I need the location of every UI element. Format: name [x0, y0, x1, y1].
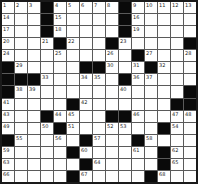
cell-r8c12[interactable]	[145, 86, 157, 97]
clue-number: 53	[120, 123, 126, 129]
cell-r4c6[interactable]: 22	[67, 38, 79, 49]
clue-number: 33	[42, 74, 48, 80]
black-cell-r11c13	[158, 123, 170, 134]
clue-number: 8	[107, 2, 110, 8]
cell-r3c13[interactable]	[158, 26, 170, 37]
black-cell-r14c7	[80, 159, 92, 170]
cell-r12c8[interactable]: 57	[93, 135, 105, 146]
cell-r15c4[interactable]	[41, 171, 53, 182]
cell-r5c1[interactable]: 24	[2, 50, 14, 61]
cell-r1c13[interactable]: 11	[158, 2, 170, 13]
cell-r2c13[interactable]	[158, 14, 170, 25]
clue-number: 61	[133, 147, 139, 153]
cell-r10c2[interactable]	[15, 111, 27, 122]
cell-r4c8[interactable]	[93, 38, 105, 49]
black-cell-r3c4	[41, 26, 53, 37]
cell-r5c13[interactable]	[158, 50, 170, 61]
cell-r14c2[interactable]	[15, 159, 27, 170]
cell-r14c1[interactable]: 63	[2, 159, 14, 170]
cell-r12c12[interactable]: 58	[145, 135, 157, 146]
cell-r6c10[interactable]	[119, 62, 131, 73]
clue-number: 6	[81, 2, 84, 8]
cell-r7c12[interactable]: 37	[145, 74, 157, 85]
cell-r15c7[interactable]: 67	[80, 171, 92, 182]
black-cell-r9c15	[184, 99, 196, 110]
clue-number: 36	[133, 74, 139, 80]
clue-number: 4	[55, 2, 58, 8]
cell-r6c13[interactable]: 32	[158, 62, 170, 73]
black-cell-r10c4	[41, 111, 53, 122]
clue-number: 5	[68, 2, 71, 8]
black-cell-r6c1	[2, 62, 14, 73]
cell-r2c2[interactable]	[15, 14, 27, 25]
cell-r12c14[interactable]	[171, 135, 183, 146]
cell-r11c11[interactable]	[132, 123, 144, 134]
cell-r3c14[interactable]	[171, 26, 183, 37]
cell-r11c2[interactable]	[15, 123, 27, 134]
cell-r13c4[interactable]	[41, 147, 53, 158]
cell-r8c5[interactable]	[54, 86, 66, 97]
black-cell-r7c10	[119, 74, 131, 85]
cell-r7c14[interactable]	[171, 74, 183, 85]
cell-r6c15[interactable]	[184, 62, 196, 73]
clue-number: 47	[172, 111, 178, 117]
cell-r14c6[interactable]	[67, 159, 79, 170]
clue-number: 68	[159, 171, 165, 177]
cell-r5c4[interactable]	[41, 50, 53, 61]
clue-number: 66	[3, 171, 9, 177]
cell-r2c12[interactable]	[145, 14, 157, 25]
clue-number: 62	[172, 147, 178, 153]
cell-r5c8[interactable]	[93, 50, 105, 61]
clue-number: 55	[16, 135, 22, 141]
cell-r1c15[interactable]: 13	[184, 2, 196, 13]
cell-r12c4[interactable]	[41, 135, 53, 146]
cell-r11c4[interactable]: 50	[41, 123, 53, 134]
cell-r11c6[interactable]: 51	[67, 123, 79, 134]
black-cell-r15c6	[67, 171, 79, 182]
cell-r14c12[interactable]	[145, 159, 157, 170]
cell-r12c3[interactable]	[28, 135, 40, 146]
clue-number: 29	[16, 62, 22, 68]
black-cell-r6c8	[93, 62, 105, 73]
cell-r5c15[interactable]: 28	[184, 50, 196, 61]
cell-r6c5[interactable]	[54, 62, 66, 73]
clue-number: 39	[29, 86, 35, 92]
black-cell-r12c11	[132, 135, 144, 146]
cell-r2c1[interactable]: 14	[2, 14, 14, 25]
clue-number: 38	[16, 86, 22, 92]
cell-r1c5[interactable]: 4	[54, 2, 66, 13]
cell-r13c7[interactable]: 60	[80, 147, 92, 158]
crossword-grid: 1234567891011121314151617181920212223242…	[0, 0, 198, 184]
cell-r14c14[interactable]: 65	[171, 159, 183, 170]
cell-r13c1[interactable]: 59	[2, 147, 14, 158]
cell-r11c14[interactable]: 54	[171, 123, 183, 134]
black-cell-r8c1	[2, 86, 14, 97]
cell-r15c2[interactable]	[15, 171, 27, 182]
cell-r8c13[interactable]	[158, 86, 170, 97]
cell-r5c6[interactable]	[67, 50, 79, 61]
cell-r5c7[interactable]	[80, 50, 92, 61]
cell-r6c2[interactable]: 29	[15, 62, 27, 73]
cell-r14c5[interactable]	[54, 159, 66, 170]
cell-r10c8[interactable]	[93, 111, 105, 122]
cell-r8c6[interactable]	[67, 86, 79, 97]
cell-r9c13[interactable]	[158, 99, 170, 110]
cell-r4c2[interactable]	[15, 38, 27, 49]
black-cell-r4c15	[184, 38, 196, 49]
clue-number: 59	[3, 147, 9, 153]
clue-number: 46	[133, 111, 139, 117]
cell-r12c10[interactable]	[119, 135, 131, 146]
clue-number: 45	[68, 111, 74, 117]
cell-r15c10[interactable]	[119, 171, 131, 182]
black-cell-r2c4	[41, 14, 53, 25]
cell-r7c15[interactable]	[184, 74, 196, 85]
clue-number: 43	[3, 111, 9, 117]
clue-number: 48	[185, 111, 191, 117]
cell-r13c15[interactable]	[184, 147, 196, 158]
cell-r4c13[interactable]	[158, 38, 170, 49]
black-cell-r1c10	[119, 2, 131, 13]
cell-r11c7[interactable]	[80, 123, 92, 134]
cell-r8c7[interactable]	[80, 86, 92, 97]
cell-r4c1[interactable]: 20	[2, 38, 14, 49]
cell-r3c8[interactable]	[93, 26, 105, 37]
black-cell-r5c11	[132, 50, 144, 61]
cell-r2c15[interactable]	[184, 14, 196, 25]
cell-r10c3[interactable]	[28, 111, 40, 122]
cell-r7c6[interactable]	[67, 74, 79, 85]
clue-number: 27	[146, 50, 152, 56]
cell-r10c15[interactable]: 48	[184, 111, 196, 122]
cell-r1c8[interactable]: 7	[93, 2, 105, 13]
cell-r2c7[interactable]	[80, 14, 92, 25]
cell-r9c9[interactable]	[106, 99, 118, 110]
cell-r14c15[interactable]	[184, 159, 196, 170]
clue-number: 11	[159, 2, 165, 8]
cell-r7c8[interactable]: 35	[93, 74, 105, 85]
cell-r7c5[interactable]	[54, 74, 66, 85]
cell-r1c11[interactable]: 9	[132, 2, 144, 13]
cell-r3c3[interactable]	[28, 26, 40, 37]
cell-r12c2[interactable]: 55	[15, 135, 27, 146]
black-cell-r2c10	[119, 14, 131, 25]
black-cell-r6c7	[80, 62, 92, 73]
cell-r9c3[interactable]	[28, 99, 40, 110]
cell-r11c9[interactable]: 52	[106, 123, 118, 134]
black-cell-r7c1	[2, 74, 14, 85]
cell-r7c9[interactable]	[106, 74, 118, 85]
cell-r2c6[interactable]	[67, 14, 79, 25]
black-cell-r14c13	[158, 159, 170, 170]
clue-number: 14	[3, 14, 9, 20]
clue-number: 52	[107, 123, 113, 129]
cell-r13c3[interactable]	[28, 147, 40, 158]
clue-number: 64	[94, 159, 100, 165]
clue-number: 26	[107, 50, 113, 56]
black-cell-r6c12	[145, 62, 157, 73]
clue-number: 35	[94, 74, 100, 80]
cell-r8c2[interactable]: 38	[15, 86, 27, 97]
cell-r11c1[interactable]: 49	[2, 123, 14, 134]
clue-number: 22	[68, 38, 74, 44]
clue-number: 19	[133, 26, 139, 32]
cell-r5c3[interactable]	[28, 50, 40, 61]
cell-r14c3[interactable]	[28, 159, 40, 170]
clue-number: 2	[16, 2, 19, 8]
clue-number: 23	[120, 38, 126, 44]
cell-r4c3[interactable]	[28, 38, 40, 49]
cell-r12c9[interactable]	[106, 135, 118, 146]
cell-r12c15[interactable]	[184, 135, 196, 146]
cell-r15c13[interactable]: 68	[158, 171, 170, 182]
cell-r6c9[interactable]: 30	[106, 62, 118, 73]
cell-r9c8[interactable]	[93, 99, 105, 110]
cell-r1c6[interactable]: 5	[67, 2, 79, 13]
cell-r9c10[interactable]	[119, 99, 131, 110]
clue-number: 51	[68, 123, 74, 129]
cell-r9c2[interactable]	[15, 99, 27, 110]
cell-r3c12[interactable]	[145, 26, 157, 37]
clue-number: 25	[55, 50, 61, 56]
clue-number: 20	[3, 38, 9, 44]
cell-r14c8[interactable]: 64	[93, 159, 105, 170]
black-cell-r3c10	[119, 26, 131, 37]
clue-number: 21	[42, 38, 48, 44]
cell-r5c14[interactable]	[171, 50, 183, 61]
cell-r6c14[interactable]	[171, 62, 183, 73]
cell-r15c8[interactable]	[93, 171, 105, 182]
cell-r6c11[interactable]: 31	[132, 62, 144, 73]
cell-r5c10[interactable]	[119, 50, 131, 61]
clue-number: 58	[146, 135, 152, 141]
black-cell-r10c10	[119, 111, 131, 122]
cell-r3c1[interactable]: 17	[2, 26, 14, 37]
cell-r11c8[interactable]	[93, 123, 105, 134]
clue-number: 30	[107, 62, 113, 68]
black-cell-r15c12	[145, 171, 157, 182]
cell-r14c10[interactable]	[119, 159, 131, 170]
clue-number: 56	[55, 135, 61, 141]
clue-number: 3	[29, 2, 32, 8]
cell-r11c3[interactable]	[28, 123, 40, 134]
black-cell-r7c3	[28, 74, 40, 85]
clue-number: 28	[185, 50, 191, 56]
cell-r3c7[interactable]	[80, 26, 92, 37]
cell-r15c5[interactable]	[54, 171, 66, 182]
cell-r12c6[interactable]	[67, 135, 79, 146]
black-cell-r12c7	[80, 135, 92, 146]
black-cell-r4c5	[54, 38, 66, 49]
cell-r10c13[interactable]	[158, 111, 170, 122]
cell-r10c11[interactable]: 46	[132, 111, 144, 122]
cell-r11c12[interactable]	[145, 123, 157, 134]
clue-number: 16	[133, 14, 139, 20]
cell-r1c7[interactable]: 6	[80, 2, 92, 13]
cell-r9c7[interactable]: 42	[80, 99, 92, 110]
cell-r15c1[interactable]: 66	[2, 171, 14, 182]
cell-r9c11[interactable]	[132, 99, 144, 110]
cell-r5c2[interactable]	[15, 50, 27, 61]
cell-r2c3[interactable]	[28, 14, 40, 25]
clue-number: 9	[133, 2, 136, 8]
cell-r10c12[interactable]	[145, 111, 157, 122]
black-cell-r8c15	[184, 86, 196, 97]
clue-number: 10	[146, 2, 152, 8]
cell-r3c9[interactable]	[106, 26, 118, 37]
clue-number: 15	[55, 14, 61, 20]
cell-r4c11[interactable]	[132, 38, 144, 49]
cell-r12c5[interactable]: 56	[54, 135, 66, 146]
cell-r5c5[interactable]: 25	[54, 50, 66, 61]
cell-r3c5[interactable]: 18	[54, 26, 66, 37]
clue-number: 40	[120, 86, 126, 92]
black-cell-r11c5	[54, 123, 66, 134]
black-cell-r13c13	[158, 147, 170, 158]
clue-number: 65	[172, 159, 178, 165]
cell-r14c4[interactable]	[41, 159, 53, 170]
black-cell-r9c14	[171, 99, 183, 110]
cell-r2c11[interactable]: 16	[132, 14, 144, 25]
cell-r15c15[interactable]	[184, 171, 196, 182]
cell-r10c7[interactable]	[80, 111, 92, 122]
cell-r1c3[interactable]: 3	[28, 2, 40, 13]
black-cell-r12c1	[2, 135, 14, 146]
cell-r13c8[interactable]	[93, 147, 105, 158]
cell-r3c6[interactable]	[67, 26, 79, 37]
cell-r10c14[interactable]: 47	[171, 111, 183, 122]
clue-number: 42	[81, 99, 87, 105]
clue-number: 49	[3, 123, 9, 129]
cell-r9c4[interactable]	[41, 99, 53, 110]
cell-r8c8[interactable]	[93, 86, 105, 97]
black-cell-r10c9	[106, 111, 118, 122]
cell-r15c3[interactable]	[28, 171, 40, 182]
clue-number: 12	[172, 2, 178, 8]
black-cell-r4c9	[106, 38, 118, 49]
cell-r7c4[interactable]: 33	[41, 74, 53, 85]
cell-r8c4[interactable]	[41, 86, 53, 97]
cell-r13c14[interactable]: 62	[171, 147, 183, 158]
cell-r12c13[interactable]	[158, 135, 170, 146]
cell-r13c9[interactable]	[106, 147, 118, 158]
cell-r10c1[interactable]: 43	[2, 111, 14, 122]
clue-number: 34	[81, 74, 87, 80]
clue-number: 57	[94, 135, 100, 141]
crossword-board: 1234567891011121314151617181920212223242…	[0, 0, 198, 184]
cell-r15c11[interactable]	[132, 171, 144, 182]
cell-r3c11[interactable]: 19	[132, 26, 144, 37]
cell-r4c12[interactable]	[145, 38, 157, 49]
black-cell-r7c2	[15, 74, 27, 85]
clue-number: 13	[185, 2, 191, 8]
cell-r13c5[interactable]	[54, 147, 66, 158]
cell-r13c10[interactable]	[119, 147, 131, 158]
cell-r7c13[interactable]	[158, 74, 170, 85]
cell-r6c3[interactable]	[28, 62, 40, 73]
black-cell-r9c6	[67, 99, 79, 110]
cell-r6c6[interactable]	[67, 62, 79, 73]
black-cell-r1c4	[41, 2, 53, 13]
cell-r13c11[interactable]: 61	[132, 147, 144, 158]
cell-r10c6[interactable]: 45	[67, 111, 79, 122]
cell-r11c10[interactable]: 53	[119, 123, 131, 134]
clue-number: 67	[81, 171, 87, 177]
cell-r2c9[interactable]	[106, 14, 118, 25]
clue-number: 24	[3, 50, 9, 56]
cell-r4c14[interactable]	[171, 38, 183, 49]
clue-number: 17	[3, 26, 9, 32]
cell-r4c10[interactable]: 23	[119, 38, 131, 49]
clue-number: 54	[172, 123, 178, 129]
cell-r2c5[interactable]: 15	[54, 14, 66, 25]
cell-r8c11[interactable]	[132, 86, 144, 97]
cell-r4c7[interactable]	[80, 38, 92, 49]
black-cell-r13c6	[67, 147, 79, 158]
cell-r4c4[interactable]: 21	[41, 38, 53, 49]
clue-number: 41	[3, 99, 9, 105]
cell-r8c3[interactable]: 39	[28, 86, 40, 97]
clue-number: 60	[81, 147, 87, 153]
cell-r3c2[interactable]	[15, 26, 27, 37]
cell-r13c2[interactable]	[15, 147, 27, 158]
cell-r7c7[interactable]: 34	[80, 74, 92, 85]
cell-r3c15[interactable]	[184, 26, 196, 37]
cell-r7c11[interactable]: 36	[132, 74, 144, 85]
cell-r11c15[interactable]	[184, 123, 196, 134]
clue-number: 31	[133, 62, 139, 68]
cell-r8c10[interactable]: 40	[119, 86, 131, 97]
cell-r8c14[interactable]	[171, 86, 183, 97]
cell-r14c9[interactable]	[106, 159, 118, 170]
cell-r6c4[interactable]	[41, 62, 53, 73]
cell-r10c5[interactable]: 44	[54, 111, 66, 122]
cell-r13c12[interactable]	[145, 147, 157, 158]
cell-r5c9[interactable]: 26	[106, 50, 118, 61]
clue-number: 1	[3, 2, 6, 8]
cell-r9c1[interactable]: 41	[2, 99, 14, 110]
clue-number: 44	[55, 111, 61, 117]
cell-r14c11[interactable]	[132, 159, 144, 170]
cell-r1c2[interactable]: 2	[15, 2, 27, 13]
cell-r1c9[interactable]: 8	[106, 2, 118, 13]
cell-r1c1[interactable]: 1	[2, 2, 14, 13]
clue-number: 37	[146, 74, 152, 80]
clue-number: 63	[3, 159, 9, 165]
cell-r15c14[interactable]	[171, 171, 183, 182]
cell-r2c8[interactable]	[93, 14, 105, 25]
clue-number: 50	[42, 123, 48, 129]
clue-number: 7	[94, 2, 97, 8]
clue-number: 32	[159, 62, 165, 68]
cell-r9c5[interactable]	[54, 99, 66, 110]
cell-r1c12[interactable]: 10	[145, 2, 157, 13]
cell-r8c9[interactable]	[106, 86, 118, 97]
cell-r9c12[interactable]	[145, 99, 157, 110]
cell-r5c12[interactable]: 27	[145, 50, 157, 61]
cell-r2c14[interactable]	[171, 14, 183, 25]
cell-r15c9[interactable]	[106, 171, 118, 182]
clue-number: 18	[55, 26, 61, 32]
cell-r1c14[interactable]: 12	[171, 2, 183, 13]
